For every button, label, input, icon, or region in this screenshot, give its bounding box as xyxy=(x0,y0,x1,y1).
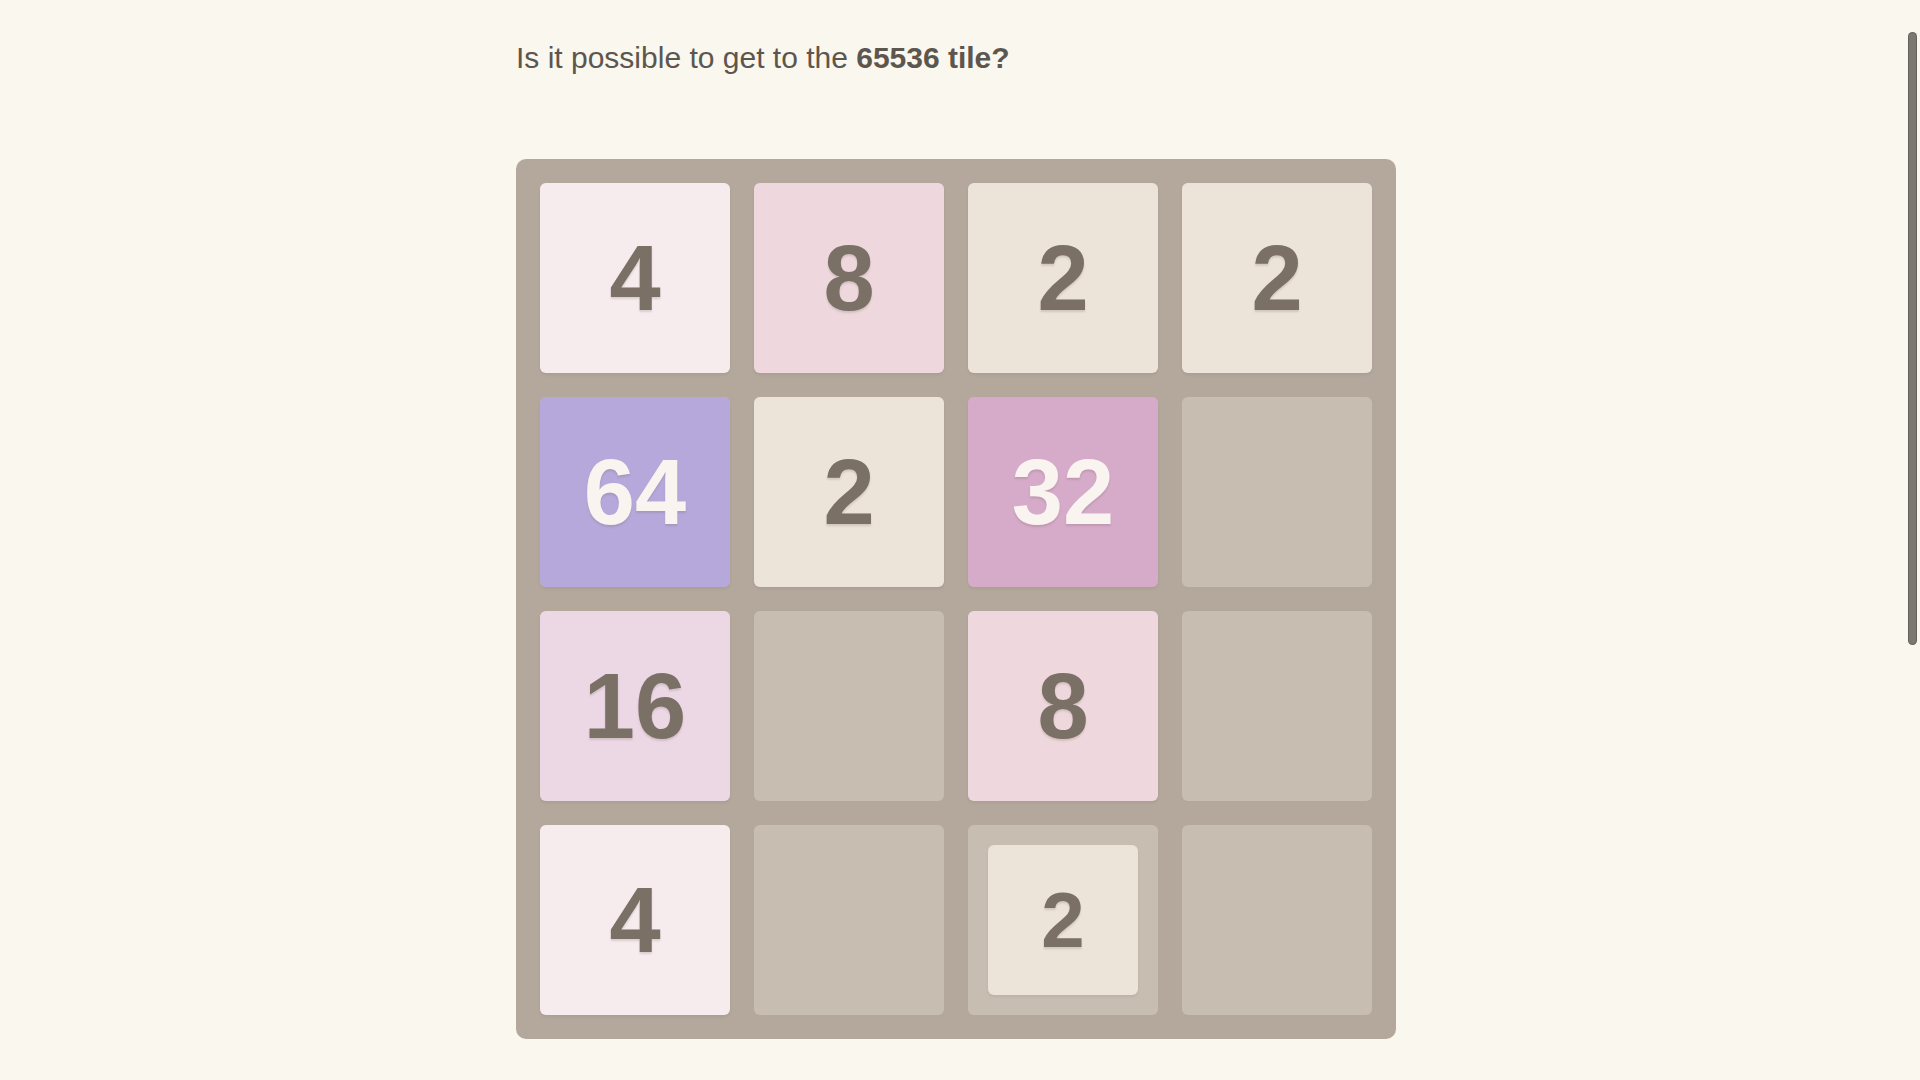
question-bold-part: 65536 tile? xyxy=(856,41,1009,74)
cell-r3c3: 8 xyxy=(968,611,1158,801)
tile-2: 2 xyxy=(1182,183,1372,373)
tile-4: 4 xyxy=(540,825,730,1015)
tile-32: 32 xyxy=(968,397,1158,587)
cell-r4c1: 4 xyxy=(540,825,730,1015)
tile-2: 2 xyxy=(968,183,1158,373)
tile-2: 2 xyxy=(988,845,1138,995)
scrollbar-thumb[interactable] xyxy=(1908,32,1917,645)
board[interactable]: 48226423216842 xyxy=(516,159,1396,1039)
cell-r1c1: 4 xyxy=(540,183,730,373)
cell-r4c4 xyxy=(1182,825,1372,1015)
cell-r3c1: 16 xyxy=(540,611,730,801)
tile-8: 8 xyxy=(754,183,944,373)
cell-r2c4 xyxy=(1182,397,1372,587)
cell-r2c1: 64 xyxy=(540,397,730,587)
cell-r3c4 xyxy=(1182,611,1372,801)
cell-r4c2 xyxy=(754,825,944,1015)
cell-r2c3: 32 xyxy=(968,397,1158,587)
question-text: Is it possible to get to the 65536 tile? xyxy=(516,40,1010,76)
cell-r1c2: 8 xyxy=(754,183,944,373)
tile-4: 4 xyxy=(540,183,730,373)
tile-8: 8 xyxy=(968,611,1158,801)
question-prefix: Is it possible to get to the xyxy=(516,41,856,74)
tile-64: 64 xyxy=(540,397,730,587)
cell-r3c2 xyxy=(754,611,944,801)
cell-r2c2: 2 xyxy=(754,397,944,587)
cell-r1c3: 2 xyxy=(968,183,1158,373)
cell-r4c3: 2 xyxy=(968,825,1158,1015)
tile-16: 16 xyxy=(540,611,730,801)
cell-r1c4: 2 xyxy=(1182,183,1372,373)
tile-2: 2 xyxy=(754,397,944,587)
